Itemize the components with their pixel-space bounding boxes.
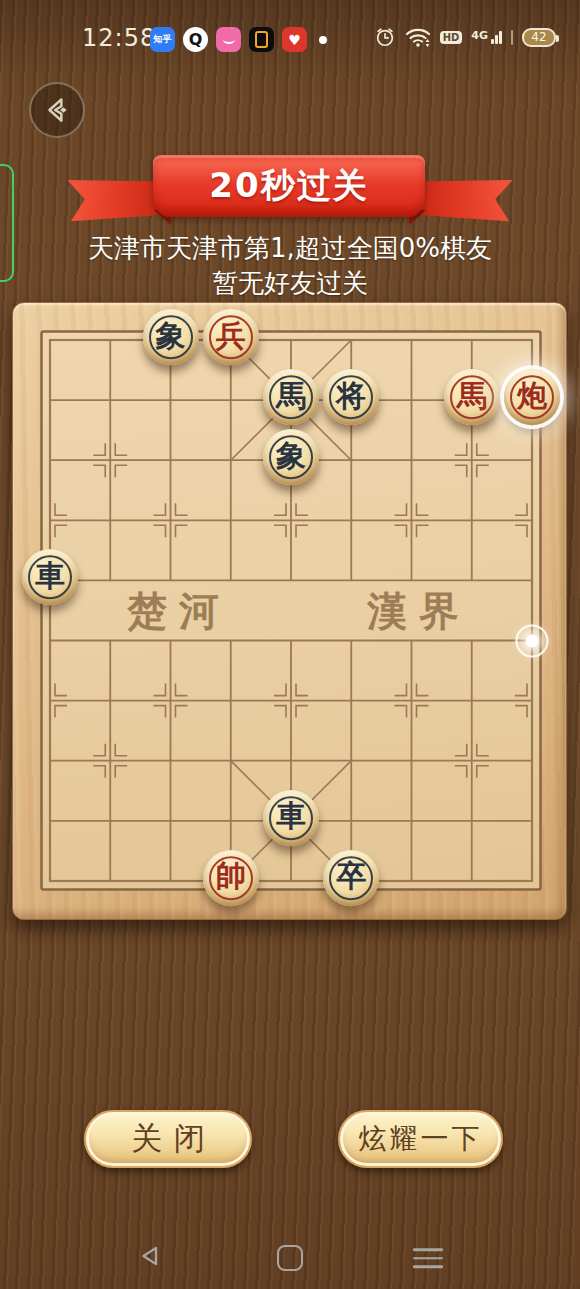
status-icons: HD 4G 42 [374,26,556,48]
red-pawn[interactable]: 兵 [203,309,259,365]
back-arrow-icon [42,95,72,125]
piece-glyph: 車 [263,790,319,846]
piece-glyph: 将 [323,369,379,425]
nav-home-icon[interactable] [277,1245,303,1271]
android-nav-bar [0,1235,580,1281]
red-horse[interactable]: 馬 [444,369,500,425]
q-app-icon: Q [183,27,208,52]
notification-dot-icon [319,36,327,44]
ribbon-band: 20秒过关 [153,155,425,217]
phone-screen: 12:58 知乎 Q ♥ HD 4G 42 [0,0,580,1289]
alarm-clock-icon [374,26,396,48]
black-elephant[interactable]: 象 [143,309,199,365]
pink-app-icon [216,27,241,52]
board-field: 楚河 漢界 象兵馬将馬炮象車車帥卒 [50,340,532,881]
piece-glyph: 炮 [504,369,560,425]
signal-4g-icon: 4G [471,31,502,44]
piece-glyph: 帥 [203,850,259,906]
piece-glyph: 兵 [203,309,259,365]
piece-glyph: 馬 [444,369,500,425]
xiangqi-board: 楚河 漢界 象兵馬将馬炮象車車帥卒 [12,302,567,920]
black-chariot[interactable]: 車 [22,550,78,606]
nav-back-icon[interactable] [137,1243,163,1273]
sim-separator [511,30,513,45]
zhihu-app-icon: 知乎 [150,27,175,52]
piece-glyph: 象 [143,309,199,365]
banner-title: 20秒过关 [209,163,368,209]
piece-glyph: 象 [263,429,319,485]
pieces-layer: 象兵馬将馬炮象車車帥卒 [50,340,532,881]
notification-badges: 知乎 Q ♥ [150,27,327,52]
piece-glyph: 車 [22,550,78,606]
wifi-icon [405,26,431,48]
battery-indicator: 42 [522,28,556,47]
last-move-marker [526,634,539,647]
hd-badge: HD [440,31,463,44]
ribbon-tail-left [67,171,162,223]
status-time: 12:58 [82,24,156,52]
friends-text: 暂无好友过关 [0,266,580,301]
piece-glyph: 卒 [323,850,379,906]
red-general[interactable]: 帥 [203,850,259,906]
black-elephant[interactable]: 象 [263,429,319,485]
black-pawn[interactable]: 卒 [323,850,379,906]
black-horse[interactable]: 馬 [263,369,319,425]
back-button[interactable] [29,82,85,138]
piece-glyph: 馬 [263,369,319,425]
black-app-icon [249,27,274,52]
red-cannon[interactable]: 炮 [504,369,560,425]
close-button[interactable]: 关闭 [84,1110,252,1168]
rank-text: 天津市天津市第1,超过全国0%棋友 [0,231,580,266]
black-chariot[interactable]: 車 [263,790,319,846]
nav-recents-icon[interactable] [413,1248,443,1268]
black-general[interactable]: 将 [323,369,379,425]
brag-button[interactable]: 炫耀一下 [338,1110,503,1168]
heart-app-icon: ♥ [282,27,307,52]
ribbon-tail-right [417,171,512,223]
